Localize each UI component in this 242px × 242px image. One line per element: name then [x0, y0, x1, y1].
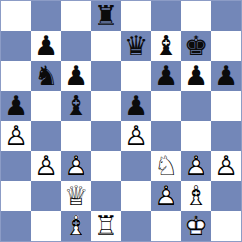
black-bishop[interactable]: ♝ [151, 31, 181, 61]
square-f4[interactable] [151, 121, 181, 151]
square-f5[interactable] [151, 91, 181, 121]
square-b6[interactable]: ♞ [31, 61, 61, 91]
white-pawn-outline: ♙ [31, 151, 61, 181]
square-e1[interactable] [121, 211, 151, 241]
black-pawn-glyph: ♟ [1, 91, 31, 121]
black-pawn[interactable]: ♟ [211, 61, 241, 91]
white-pawn-outline: ♙ [211, 151, 241, 181]
black-pawn[interactable]: ♟ [61, 61, 91, 91]
square-g7[interactable]: ♚ [181, 31, 211, 61]
square-a6[interactable] [1, 61, 31, 91]
square-b4[interactable] [31, 121, 61, 151]
square-a5[interactable]: ♟ [1, 91, 31, 121]
square-e8[interactable] [121, 1, 151, 31]
white-pawn-outline: ♙ [121, 121, 151, 151]
square-a3[interactable] [1, 151, 31, 181]
square-d1[interactable]: ♜♖ [91, 211, 121, 241]
white-knight[interactable]: ♞♘ [151, 151, 181, 181]
square-c4[interactable] [61, 121, 91, 151]
square-b5[interactable] [31, 91, 61, 121]
square-h7[interactable] [211, 31, 241, 61]
square-d3[interactable] [91, 151, 121, 181]
square-d5[interactable] [91, 91, 121, 121]
white-pawn-outline: ♙ [61, 151, 91, 181]
square-h1[interactable] [211, 211, 241, 241]
square-a2[interactable] [1, 181, 31, 211]
square-g4[interactable] [181, 121, 211, 151]
square-f8[interactable] [151, 1, 181, 31]
square-e7[interactable]: ♛ [121, 31, 151, 61]
white-knight-outline: ♘ [151, 151, 181, 181]
white-pawn[interactable]: ♟♙ [31, 151, 61, 181]
square-b7[interactable]: ♟ [31, 31, 61, 61]
square-h8[interactable] [211, 1, 241, 31]
square-b8[interactable] [31, 1, 61, 31]
square-h5[interactable] [211, 91, 241, 121]
white-pawn[interactable]: ♟♙ [1, 121, 31, 151]
square-g8[interactable] [181, 1, 211, 31]
black-pawn[interactable]: ♟ [151, 61, 181, 91]
black-pawn-glyph: ♟ [211, 61, 241, 91]
white-king[interactable]: ♚♔ [181, 211, 211, 241]
black-knight[interactable]: ♞ [31, 61, 61, 91]
white-pawn-outline: ♙ [151, 181, 181, 211]
square-c5[interactable]: ♝ [61, 91, 91, 121]
black-queen[interactable]: ♛ [121, 31, 151, 61]
white-queen-outline: ♕ [61, 181, 91, 211]
white-bishop[interactable]: ♝♗ [181, 181, 211, 211]
square-d7[interactable] [91, 31, 121, 61]
black-queen-glyph: ♛ [121, 31, 151, 61]
black-pawn-glyph: ♟ [61, 61, 91, 91]
white-pawn-outline: ♙ [1, 121, 31, 151]
square-d8[interactable]: ♜ [91, 1, 121, 31]
square-e2[interactable] [121, 181, 151, 211]
square-g1[interactable]: ♚♔ [181, 211, 211, 241]
square-e4[interactable]: ♟♙ [121, 121, 151, 151]
square-h2[interactable] [211, 181, 241, 211]
black-bishop-glyph: ♝ [151, 31, 181, 61]
square-e5[interactable]: ♟ [121, 91, 151, 121]
black-king[interactable]: ♚ [181, 31, 211, 61]
black-pawn-glyph: ♟ [181, 61, 211, 91]
square-f2[interactable]: ♟♙ [151, 181, 181, 211]
chess-board: ♜♟♛♝♚♞♟♟♟♟♟♝♟♟♙♟♙♟♙♟♙♞♘♟♙♟♙♛♕♟♙♝♗♝♗♜♖♚♔ [0, 0, 242, 242]
square-d4[interactable] [91, 121, 121, 151]
square-c3[interactable]: ♟♙ [61, 151, 91, 181]
square-h6[interactable]: ♟ [211, 61, 241, 91]
square-a7[interactable] [1, 31, 31, 61]
square-c2[interactable]: ♛♕ [61, 181, 91, 211]
black-rook-glyph: ♜ [91, 1, 121, 31]
white-pawn[interactable]: ♟♙ [151, 181, 181, 211]
square-c8[interactable] [61, 1, 91, 31]
white-pawn[interactable]: ♟♙ [181, 151, 211, 181]
black-pawn-glyph: ♟ [151, 61, 181, 91]
white-queen[interactable]: ♛♕ [61, 181, 91, 211]
square-h4[interactable] [211, 121, 241, 151]
black-pawn[interactable]: ♟ [1, 91, 31, 121]
white-pawn[interactable]: ♟♙ [61, 151, 91, 181]
square-g6[interactable]: ♟ [181, 61, 211, 91]
square-d6[interactable] [91, 61, 121, 91]
white-pawn[interactable]: ♟♙ [211, 151, 241, 181]
black-knight-glyph: ♞ [31, 61, 61, 91]
square-g2[interactable]: ♝♗ [181, 181, 211, 211]
white-rook-outline: ♖ [91, 211, 121, 241]
black-pawn[interactable]: ♟ [31, 31, 61, 61]
square-a1[interactable] [1, 211, 31, 241]
black-bishop[interactable]: ♝ [61, 91, 91, 121]
black-pawn-glyph: ♟ [121, 91, 151, 121]
square-b3[interactable]: ♟♙ [31, 151, 61, 181]
black-rook[interactable]: ♜ [91, 1, 121, 31]
square-e3[interactable] [121, 151, 151, 181]
black-bishop-glyph: ♝ [61, 91, 91, 121]
square-d2[interactable] [91, 181, 121, 211]
square-c1[interactable]: ♝♗ [61, 211, 91, 241]
square-f1[interactable] [151, 211, 181, 241]
white-pawn-outline: ♙ [181, 151, 211, 181]
square-b1[interactable] [31, 211, 61, 241]
white-king-outline: ♔ [181, 211, 211, 241]
white-pawn[interactable]: ♟♙ [121, 121, 151, 151]
square-a4[interactable]: ♟♙ [1, 121, 31, 151]
black-pawn-glyph: ♟ [31, 31, 61, 61]
white-bishop-outline: ♗ [181, 181, 211, 211]
square-f7[interactable]: ♝ [151, 31, 181, 61]
black-pawn[interactable]: ♟ [121, 91, 151, 121]
square-c7[interactable] [61, 31, 91, 61]
white-bishop[interactable]: ♝♗ [61, 211, 91, 241]
square-g5[interactable] [181, 91, 211, 121]
square-b2[interactable] [31, 181, 61, 211]
black-king-glyph: ♚ [181, 31, 211, 61]
square-a8[interactable] [1, 1, 31, 31]
square-c6[interactable]: ♟ [61, 61, 91, 91]
white-bishop-outline: ♗ [61, 211, 91, 241]
square-f3[interactable]: ♞♘ [151, 151, 181, 181]
black-pawn[interactable]: ♟ [181, 61, 211, 91]
square-g3[interactable]: ♟♙ [181, 151, 211, 181]
square-f6[interactable]: ♟ [151, 61, 181, 91]
white-rook[interactable]: ♜♖ [91, 211, 121, 241]
square-h3[interactable]: ♟♙ [211, 151, 241, 181]
square-e6[interactable] [121, 61, 151, 91]
